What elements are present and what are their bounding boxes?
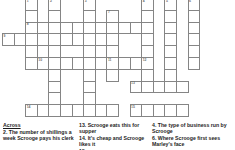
grid-cell[interactable] [106, 104, 119, 117]
cell-number: 4 [143, 0, 145, 3]
clue-down-4: 4. The type of business run by Scrooge [152, 122, 234, 134]
cell-number: 10 [38, 58, 42, 62]
cell-number: 8 [27, 22, 29, 26]
grid-cell[interactable] [176, 104, 189, 117]
cell-number: 3 [85, 0, 87, 3]
cell-number: 5 [166, 0, 168, 3]
grid-cell[interactable] [188, 57, 201, 70]
cell-number: 9 [4, 34, 6, 38]
cell-number: 1 [27, 0, 29, 3]
cell-number: 11 [108, 58, 112, 62]
clue-across-14: 14. It's cheap and Scrooge likes it [79, 135, 153, 147]
crossword-grid: 123456789101112131415 [0, 0, 235, 120]
clue-down-6: 6. Where Scrooge first sees Marley's fac… [152, 135, 234, 147]
cell-number: 15 [131, 105, 135, 109]
clue-across-2: 2. The number of shillings a week Scroog… [3, 129, 76, 141]
clue-column-across: Across 2. The number of shillings a week… [3, 122, 76, 142]
across-header: Across [3, 122, 76, 128]
cell-number: 2 [50, 0, 52, 3]
grid-cell[interactable] [176, 81, 189, 94]
cell-number: 6 [189, 0, 191, 3]
clue-across-13: 13. Scrooge eats this for supper [79, 122, 153, 134]
cell-number: 7 [108, 10, 110, 14]
clue-list: Across 2. The number of shillings a week… [0, 122, 235, 150]
cell-number: 13 [131, 81, 135, 85]
cell-number: 12 [143, 58, 147, 62]
crossword-page: 123456789101112131415 Across 2. The numb… [0, 0, 235, 150]
grid-cell[interactable] [106, 69, 119, 82]
clue-across-15-partial: 15. [79, 148, 153, 150]
cell-number: 14 [27, 105, 31, 109]
clue-column-middle: 13. Scrooge eats this for supper 14. It'… [79, 122, 153, 150]
clue-column-down: 4. The type of business run by Scrooge 6… [152, 122, 234, 148]
